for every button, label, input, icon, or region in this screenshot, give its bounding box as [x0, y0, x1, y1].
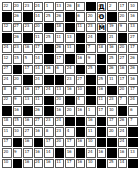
cell-r16c8[interactable]: 16: [76, 159, 86, 168]
cell-r3c4[interactable]: 20: [34, 23, 44, 32]
cell-r7c4[interactable]: 14: [34, 65, 44, 74]
cell-r6c1[interactable]: 12: [2, 54, 12, 63]
cell-r1c4[interactable]: 24: [34, 2, 44, 11]
cell-r3c3[interactable]: 23: [23, 23, 33, 32]
cell-number: 16: [14, 107, 19, 112]
cell-number: 16: [25, 44, 30, 49]
cell-r12c4[interactable]: 27: [34, 117, 44, 126]
hint-cell-М[interactable]: 14М: [97, 23, 107, 32]
cell-number: 16: [56, 107, 61, 112]
cell-r15c9[interactable]: 24: [86, 148, 96, 157]
cell-number: 16: [119, 65, 124, 70]
cell-r5c1[interactable]: 24: [2, 44, 12, 53]
cell-r10c2[interactable]: 9: [13, 96, 23, 105]
cell-number: 20: [14, 76, 19, 81]
cell-number: 13: [130, 149, 135, 154]
cell-r9c4[interactable]: 17: [34, 86, 44, 95]
cell-r10c6[interactable]: 20: [55, 96, 65, 105]
cell-number: 23: [109, 96, 114, 101]
cell-number: 22: [4, 96, 9, 101]
cell-number: 7: [130, 117, 132, 122]
cell-r4c6[interactable]: 11: [55, 33, 65, 42]
cell-number: 11: [77, 23, 82, 28]
black-cell-r5c8: [76, 44, 86, 53]
cell-number: 17: [25, 149, 30, 154]
cell-r2c8[interactable]: 6: [76, 12, 86, 21]
cell-r11c8[interactable]: 16: [76, 106, 86, 115]
cell-r1c11[interactable]: 2: [107, 2, 117, 11]
cell-r8c2[interactable]: 20: [13, 75, 23, 84]
cell-r9c2[interactable]: 9: [13, 86, 23, 95]
cell-number: 11: [98, 96, 103, 101]
cell-number: 27: [4, 65, 9, 70]
black-cell-r14c11: [107, 138, 117, 147]
cell-number: 5: [25, 55, 27, 60]
black-cell-r8c6: [55, 75, 65, 84]
cell-r4c4[interactable]: 11: [34, 33, 44, 42]
cell-r9c7[interactable]: 16: [65, 86, 75, 95]
cell-number: 24: [67, 65, 72, 70]
cell-r12c5[interactable]: 23: [44, 117, 54, 126]
cell-number: 10: [109, 107, 114, 112]
cell-number: 11: [56, 34, 61, 39]
cell-number: 27: [130, 34, 135, 39]
black-cell-r4c10: [97, 33, 107, 42]
cell-r1c1[interactable]: 22: [2, 2, 12, 11]
cell-r2c12[interactable]: 20: [118, 12, 128, 21]
cell-r13c5[interactable]: 8: [44, 127, 54, 136]
cell-r2c13[interactable]: 16: [128, 12, 138, 21]
cell-number: 16: [130, 13, 135, 18]
cell-r2c9[interactable]: 20: [86, 12, 96, 21]
cell-r7c5[interactable]: 16: [44, 65, 54, 74]
cell-r8c8[interactable]: 27: [76, 75, 86, 84]
cell-number: 24: [88, 149, 93, 154]
cell-number: 25: [109, 55, 114, 60]
cell-r5c9[interactable]: 7: [86, 44, 96, 53]
black-cell-r4c8: [76, 33, 86, 42]
cell-number: 17: [46, 138, 51, 143]
black-cell-r10c9: [86, 96, 96, 105]
cell-number: 16: [98, 86, 103, 91]
cell-r13c4[interactable]: 16: [34, 127, 44, 136]
cell-r6c3[interactable]: 5: [23, 54, 33, 63]
cell-r4c11[interactable]: 21: [107, 33, 117, 42]
black-cell-r15c8: [76, 148, 86, 157]
black-cell-r6c7: [65, 54, 75, 63]
cell-r14c7[interactable]: 17: [65, 138, 75, 147]
cell-r7c3[interactable]: 17: [23, 65, 33, 74]
cell-number: 17: [98, 107, 103, 112]
cell-r15c7[interactable]: 16: [65, 148, 75, 157]
cell-r6c11[interactable]: 25: [107, 54, 117, 63]
cell-number: 24: [35, 76, 40, 81]
cell-r14c6[interactable]: 20: [55, 138, 65, 147]
cell-r1c7[interactable]: 26: [65, 2, 75, 11]
cell-number: 23: [46, 117, 51, 122]
cell-r16c7[interactable]: 17: [65, 159, 75, 168]
cell-number: 26: [119, 117, 124, 122]
black-cell-r10c7: [65, 96, 75, 105]
cell-number: 9: [14, 86, 16, 91]
cell-r9c3[interactable]: 16: [23, 86, 33, 95]
cell-r12c13[interactable]: 7: [128, 117, 138, 126]
cell-r6c12[interactable]: 27: [118, 54, 128, 63]
cell-r7c7[interactable]: 24: [65, 65, 75, 74]
cell-r11c7[interactable]: 20: [65, 106, 75, 115]
cell-r12c6[interactable]: 24: [55, 117, 65, 126]
cell-r5c4[interactable]: 17: [34, 44, 44, 53]
cell-r12c11[interactable]: 17: [107, 117, 117, 126]
cell-r14c1[interactable]: 17: [2, 138, 12, 147]
cell-r12c9[interactable]: 16: [86, 117, 96, 126]
cell-number: 20: [14, 3, 19, 8]
cell-r13c9[interactable]: 11: [86, 127, 96, 136]
cell-number: 26: [35, 107, 40, 112]
cell-number: 24: [119, 138, 124, 143]
cell-number: 26: [130, 65, 135, 70]
cell-r8c7[interactable]: 23: [65, 75, 75, 84]
cell-r6c2[interactable]: 15: [13, 54, 23, 63]
cell-r13c3[interactable]: 27: [23, 127, 33, 136]
cell-number: 25: [98, 76, 103, 81]
cell-number: 26: [130, 55, 135, 60]
cell-r7c9[interactable]: 25: [86, 65, 96, 74]
cell-number: 13: [25, 96, 30, 101]
black-cell-r16c10: [97, 159, 107, 168]
cell-r8c13[interactable]: 16: [128, 75, 138, 84]
cell-number: 13: [56, 86, 61, 91]
black-cell-r8c9: [86, 75, 96, 84]
cell-r7c12[interactable]: 16: [118, 65, 128, 74]
cell-number: 17: [67, 138, 72, 143]
black-cell-r4c1: [2, 33, 12, 42]
black-cell-r1c9: [86, 2, 96, 11]
black-cell-r4c12: [118, 33, 128, 42]
cell-number: 16: [25, 159, 30, 164]
cell-r11c11[interactable]: 10: [107, 106, 117, 115]
cell-r10c11[interactable]: 23: [107, 96, 117, 105]
cell-r1c12[interactable]: 17: [118, 2, 128, 11]
cell-r4c2[interactable]: 26: [13, 33, 23, 42]
cell-number: 23: [56, 128, 61, 133]
cell-r14c9[interactable]: 10: [86, 138, 96, 147]
hint-cell-Д[interactable]: 4Д: [97, 2, 107, 11]
cell-number: 15: [14, 117, 19, 122]
cell-r8c11[interactable]: 11: [107, 75, 117, 84]
cell-number: 2: [109, 3, 111, 8]
cell-number: 25: [46, 34, 51, 39]
cell-r14c8[interactable]: 16: [76, 138, 86, 147]
cell-number: 13: [67, 34, 72, 39]
cell-number: 22: [4, 3, 9, 8]
black-cell-r11c1: [2, 106, 12, 115]
cell-number: 16: [25, 138, 30, 143]
cell-r11c9[interactable]: 1: [86, 106, 96, 115]
cell-number: 12: [4, 23, 9, 28]
cell-r9c1[interactable]: 8: [2, 86, 12, 95]
cell-r10c12[interactable]: 7: [118, 96, 128, 105]
cell-number: 25: [88, 65, 93, 70]
cell-number: 24: [4, 44, 9, 49]
cell-r14c3[interactable]: 16: [23, 138, 33, 147]
cell-r16c9[interactable]: 10: [86, 159, 96, 168]
black-cell-r6c5: [44, 54, 54, 63]
cell-r16c12[interactable]: 14: [118, 159, 128, 168]
cell-r13c6[interactable]: 23: [55, 127, 65, 136]
cell-number: 14: [35, 65, 40, 70]
cell-r16c5[interactable]: 16: [44, 159, 54, 168]
cell-r6c6[interactable]: 17: [55, 54, 65, 63]
cell-r3c2[interactable]: 27: [13, 23, 23, 32]
cell-number: 20: [119, 44, 124, 49]
cell-number: 18: [4, 117, 9, 122]
cell-r10c13[interactable]: 24: [128, 96, 138, 105]
cell-r1c5[interactable]: 1: [44, 2, 54, 11]
black-cell-r8c5: [44, 75, 54, 84]
cell-number: 20: [88, 13, 93, 18]
cell-r15c4[interactable]: 16: [34, 148, 44, 157]
cell-r1c6[interactable]: 13: [55, 2, 65, 11]
cell-r2c6[interactable]: 26: [55, 12, 65, 21]
cell-r7c1[interactable]: 27: [2, 65, 12, 74]
cell-r10c8[interactable]: 4: [76, 96, 86, 105]
cell-r11c2[interactable]: 16: [13, 106, 23, 115]
black-cell-r14c10: [97, 138, 107, 147]
cell-r11c10[interactable]: 17: [97, 106, 107, 115]
cell-r8c10[interactable]: 25: [97, 75, 107, 84]
cell-r16c6[interactable]: 11: [55, 159, 65, 168]
cell-r15c10[interactable]: 16: [97, 148, 107, 157]
cell-r13c1[interactable]: 11: [2, 127, 12, 136]
cell-number: 13: [130, 23, 135, 28]
cell-number: 27: [14, 23, 19, 28]
cell-r15c1[interactable]: 20: [2, 148, 12, 157]
cell-r1c8[interactable]: 8: [76, 2, 86, 11]
cell-r10c10[interactable]: 11: [97, 96, 107, 105]
cell-r9c8[interactable]: 10: [76, 86, 86, 95]
black-cell-r9c9: [86, 86, 96, 95]
cell-r7c13[interactable]: 26: [128, 65, 138, 74]
cell-r12c2[interactable]: 15: [13, 117, 23, 126]
cell-r3c9[interactable]: 23: [86, 23, 96, 32]
cell-number: 24: [56, 117, 61, 122]
cell-number: 18: [98, 44, 103, 49]
cell-r1c13[interactable]: 10: [128, 2, 138, 11]
cell-number: 25: [46, 13, 51, 18]
cell-r15c12[interactable]: 16: [118, 148, 128, 157]
black-cell-r15c6: [55, 148, 65, 157]
cell-number: 23: [88, 23, 93, 28]
cell-number: 21: [109, 34, 114, 39]
cell-r5c11[interactable]: 16: [107, 44, 117, 53]
black-cell-r15c11: [107, 148, 117, 157]
cell-r8c4[interactable]: 24: [34, 75, 44, 84]
black-cell-r10c5: [44, 96, 54, 105]
cell-number: 16: [35, 128, 40, 133]
black-cell-r11c5: [44, 106, 54, 115]
cell-number: 24: [88, 34, 93, 39]
cell-r6c13[interactable]: 26: [128, 54, 138, 63]
cell-number: 24: [4, 76, 9, 81]
cell-r5c13[interactable]: 17: [128, 44, 138, 53]
cell-number: 16: [77, 138, 82, 143]
cell-number: 16: [77, 159, 82, 164]
black-cell-r13c13: [128, 127, 138, 136]
cell-r2c4[interactable]: 14: [34, 12, 44, 21]
cell-number: 16: [77, 107, 82, 112]
cell-number: 14: [35, 55, 40, 60]
cell-number: 27: [25, 128, 30, 133]
cell-number: 24: [35, 3, 40, 8]
cell-r16c3[interactable]: 16: [23, 159, 33, 168]
cell-r3c12[interactable]: 9: [118, 23, 128, 32]
cell-number: 26: [67, 3, 72, 8]
cell-r5c7[interactable]: 11: [65, 44, 75, 53]
cell-r14c12[interactable]: 24: [118, 138, 128, 147]
cell-r2c2[interactable]: 26: [13, 12, 23, 21]
cell-number: 20: [35, 23, 40, 28]
cell-number: 16: [67, 86, 72, 91]
cell-number: 16: [130, 76, 135, 81]
cell-r2c5[interactable]: 25: [44, 12, 54, 21]
cell-r4c9[interactable]: 24: [86, 33, 96, 42]
cell-r11c13[interactable]: 6: [128, 106, 138, 115]
cell-number: 20: [67, 107, 72, 112]
cell-number: 6: [77, 13, 79, 18]
hint-letter-О: О: [98, 14, 106, 20]
cell-r6c9[interactable]: 9: [86, 54, 96, 63]
cell-r9c10[interactable]: 16: [97, 86, 107, 95]
cell-r10c1[interactable]: 22: [2, 96, 12, 105]
cell-number: 10: [4, 159, 9, 164]
cell-number: 11: [67, 44, 72, 49]
cell-r11c6[interactable]: 16: [55, 106, 65, 115]
cell-number: 12: [4, 55, 9, 60]
cell-r15c5[interactable]: 14: [44, 148, 54, 157]
black-cell-r13c8: [76, 127, 86, 136]
cell-r12c3[interactable]: 16: [23, 117, 33, 126]
cell-r15c2[interactable]: 9: [13, 148, 23, 157]
black-cell-r11c12: [118, 106, 128, 115]
cell-r4c13[interactable]: 27: [128, 33, 138, 42]
cell-r13c7[interactable]: 4: [65, 127, 75, 136]
cell-r9c6[interactable]: 13: [55, 86, 65, 95]
cell-r5c12[interactable]: 20: [118, 44, 128, 53]
cell-r7c11[interactable]: 26: [107, 65, 117, 74]
cell-number: 16: [46, 65, 51, 70]
cell-r4c7[interactable]: 13: [65, 33, 75, 42]
cell-r11c4[interactable]: 26: [34, 106, 44, 115]
cell-number: 16: [88, 117, 93, 122]
cell-number: 10: [130, 3, 135, 8]
cell-r3c13[interactable]: 13: [128, 23, 138, 32]
cell-r12c1[interactable]: 18: [2, 117, 12, 126]
cell-r1c2[interactable]: 20: [13, 2, 23, 11]
cell-r4c5[interactable]: 25: [44, 33, 54, 42]
cell-number: 23: [14, 44, 19, 49]
cell-number: 11: [109, 76, 114, 81]
cell-r9c5[interactable]: 24: [44, 86, 54, 95]
cell-number: 24: [35, 159, 40, 164]
cell-number: 16: [25, 86, 30, 91]
cell-r5c10[interactable]: 18: [97, 44, 107, 53]
cell-r16c1[interactable]: 10: [2, 159, 12, 168]
black-cell-r7c8: [76, 65, 86, 74]
cell-r6c4[interactable]: 14: [34, 54, 44, 63]
cell-r7c6[interactable]: 6: [55, 65, 65, 74]
black-cell-r7c2: [13, 65, 23, 74]
cell-r5c6[interactable]: 26: [55, 44, 65, 53]
cell-number: 20: [109, 128, 114, 133]
cell-r8c1[interactable]: 24: [2, 75, 12, 84]
cell-r13c2[interactable]: 10: [13, 127, 23, 136]
cell-number: 17: [119, 3, 124, 8]
cell-r9c13[interactable]: 17: [128, 86, 138, 95]
cell-number: 10: [88, 138, 93, 143]
cell-r15c13[interactable]: 13: [128, 148, 138, 157]
cell-number: 16: [109, 44, 114, 49]
cell-number: 6: [130, 107, 132, 112]
hint-cell-О[interactable]: 24О: [97, 12, 107, 21]
cell-r8c12[interactable]: 17: [118, 75, 128, 84]
cell-r16c11[interactable]: 25: [107, 159, 117, 168]
cell-r3c8[interactable]: 11: [76, 23, 86, 32]
cell-r3c11[interactable]: 19: [107, 23, 117, 32]
keyword-grid: 222023241132684Д217102614252662024О20161…: [2, 2, 138, 168]
cell-number: 6: [56, 65, 58, 70]
cell-r14c5[interactable]: 17: [44, 138, 54, 147]
cell-r1c3[interactable]: 23: [23, 2, 33, 11]
cell-r3c1[interactable]: 12: [2, 23, 12, 32]
cell-number: 1: [46, 3, 48, 8]
black-cell-r13c10: [97, 127, 107, 136]
cell-number: 17: [56, 55, 61, 60]
black-cell-r12c8: [76, 117, 86, 126]
cell-r5c3[interactable]: 16: [23, 44, 33, 53]
cell-number: 20: [119, 13, 124, 18]
cell-r13c12[interactable]: 24: [118, 127, 128, 136]
cell-number: 8: [77, 3, 79, 8]
cell-number: 17: [109, 117, 114, 122]
black-cell-r8c3: [23, 75, 33, 84]
black-cell-r2c11: [107, 12, 117, 21]
cell-number: 9: [119, 23, 121, 28]
cell-r13c11[interactable]: 20: [107, 127, 117, 136]
cell-r10c3[interactable]: 13: [23, 96, 33, 105]
cell-number: 19: [109, 23, 114, 28]
cell-r5c2[interactable]: 23: [13, 44, 23, 53]
cell-number: 9: [88, 55, 90, 60]
cell-r10c4[interactable]: 11: [34, 96, 44, 105]
cell-number: 16: [25, 117, 30, 122]
cell-r3c6[interactable]: 18: [55, 23, 65, 32]
cell-r16c4[interactable]: 24: [34, 159, 44, 168]
cell-r15c3[interactable]: 17: [23, 148, 33, 157]
cell-r9c12[interactable]: 20: [118, 86, 128, 95]
cell-number: 11: [35, 34, 40, 39]
cell-r6c8[interactable]: 16: [76, 54, 86, 63]
cell-number: 23: [67, 76, 72, 81]
black-cell-r3c5: [44, 23, 54, 32]
cell-number: 20: [56, 138, 61, 143]
cell-r12c12[interactable]: 26: [118, 117, 128, 126]
cell-number: 26: [56, 44, 61, 49]
black-cell-r3c7: [65, 23, 75, 32]
black-cell-r2c1: [2, 12, 12, 21]
cell-number: 16: [46, 159, 51, 164]
cell-number: 17: [130, 44, 135, 49]
